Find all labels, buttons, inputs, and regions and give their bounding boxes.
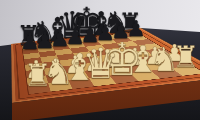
chess-photo-scene: ♜♞♝♛♚♝♞♜♟♟♟♟♟♟♟♟♟♟♟♟♟♟♟♟♜♞♝♛♚♝♞♜ [0,0,200,120]
